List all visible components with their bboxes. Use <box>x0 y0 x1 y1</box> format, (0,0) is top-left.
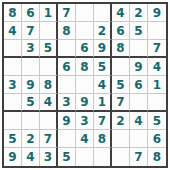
cell-r3c6[interactable]: 9 <box>94 40 112 58</box>
cell-r2c8[interactable]: 5 <box>130 22 148 40</box>
cell-r2c6[interactable]: 2 <box>94 22 112 40</box>
cell-r7c4[interactable]: 9 <box>58 112 76 130</box>
cell-r9c9[interactable]: 8 <box>148 148 166 166</box>
cell-r4c7[interactable] <box>112 58 130 76</box>
cell-r7c7[interactable]: 2 <box>112 112 130 130</box>
cell-r7c3[interactable] <box>40 112 58 130</box>
cell-r8c8[interactable] <box>130 130 148 148</box>
cell-r5c7[interactable]: 5 <box>112 76 130 94</box>
cell-r4c2[interactable] <box>22 58 40 76</box>
cell-r8c6[interactable]: 8 <box>94 130 112 148</box>
cell-r8c7[interactable] <box>112 130 130 148</box>
sudoku-board: 8617429478265356987685943984561543917937… <box>2 2 168 168</box>
cell-r6c4[interactable]: 3 <box>58 94 76 112</box>
cell-r9c6[interactable] <box>94 148 112 166</box>
cell-r8c9[interactable]: 6 <box>148 130 166 148</box>
cell-r1c5[interactable] <box>76 4 94 22</box>
cell-r5c2[interactable]: 9 <box>22 76 40 94</box>
cell-r7c2[interactable] <box>22 112 40 130</box>
cell-r1c8[interactable]: 2 <box>130 4 148 22</box>
cell-r3c9[interactable]: 7 <box>148 40 166 58</box>
cell-r9c4[interactable]: 5 <box>58 148 76 166</box>
cell-r5c6[interactable]: 4 <box>94 76 112 94</box>
cell-r3c3[interactable]: 5 <box>40 40 58 58</box>
cell-r1c7[interactable]: 4 <box>112 4 130 22</box>
cell-r9c7[interactable] <box>112 148 130 166</box>
cell-r4c6[interactable]: 5 <box>94 58 112 76</box>
cell-r6c2[interactable]: 5 <box>22 94 40 112</box>
cell-r2c1[interactable]: 4 <box>4 22 22 40</box>
cell-r5c1[interactable]: 3 <box>4 76 22 94</box>
cell-r4c9[interactable]: 4 <box>148 58 166 76</box>
cell-r9c5[interactable] <box>76 148 94 166</box>
cell-r8c2[interactable]: 2 <box>22 130 40 148</box>
cell-r8c5[interactable]: 4 <box>76 130 94 148</box>
cell-r5c9[interactable]: 1 <box>148 76 166 94</box>
cell-r4c5[interactable]: 8 <box>76 58 94 76</box>
cell-r2c9[interactable] <box>148 22 166 40</box>
cell-r9c8[interactable]: 7 <box>130 148 148 166</box>
cell-r4c8[interactable]: 9 <box>130 58 148 76</box>
cell-r1c9[interactable]: 9 <box>148 4 166 22</box>
cell-r2c3[interactable] <box>40 22 58 40</box>
cell-r1c3[interactable]: 1 <box>40 4 58 22</box>
cell-r6c9[interactable] <box>148 94 166 112</box>
cell-r5c5[interactable] <box>76 76 94 94</box>
cell-r7c9[interactable]: 5 <box>148 112 166 130</box>
cell-r7c6[interactable]: 7 <box>94 112 112 130</box>
cell-r7c1[interactable] <box>4 112 22 130</box>
cell-r6c6[interactable]: 1 <box>94 94 112 112</box>
cell-r6c7[interactable]: 7 <box>112 94 130 112</box>
cell-r6c5[interactable]: 9 <box>76 94 94 112</box>
cell-r2c2[interactable]: 7 <box>22 22 40 40</box>
cell-r2c7[interactable]: 6 <box>112 22 130 40</box>
cell-r6c1[interactable] <box>4 94 22 112</box>
cell-r3c7[interactable]: 8 <box>112 40 130 58</box>
cell-r4c1[interactable] <box>4 58 22 76</box>
cell-r3c8[interactable] <box>130 40 148 58</box>
cell-r6c8[interactable] <box>130 94 148 112</box>
cell-r9c1[interactable]: 9 <box>4 148 22 166</box>
cell-r3c4[interactable] <box>58 40 76 58</box>
cell-r3c1[interactable] <box>4 40 22 58</box>
cell-r5c4[interactable] <box>58 76 76 94</box>
cell-r3c2[interactable]: 3 <box>22 40 40 58</box>
cell-r8c4[interactable] <box>58 130 76 148</box>
cell-r1c6[interactable] <box>94 4 112 22</box>
cell-r2c4[interactable]: 8 <box>58 22 76 40</box>
cell-r7c8[interactable]: 4 <box>130 112 148 130</box>
cell-r3c5[interactable]: 6 <box>76 40 94 58</box>
cell-r9c2[interactable]: 4 <box>22 148 40 166</box>
cell-r8c3[interactable]: 7 <box>40 130 58 148</box>
cell-r1c4[interactable]: 7 <box>58 4 76 22</box>
cell-r6c3[interactable]: 4 <box>40 94 58 112</box>
cell-r4c4[interactable]: 6 <box>58 58 76 76</box>
cell-r9c3[interactable]: 3 <box>40 148 58 166</box>
cell-r1c2[interactable]: 6 <box>22 4 40 22</box>
cell-r2c5[interactable] <box>76 22 94 40</box>
cell-r8c1[interactable]: 5 <box>4 130 22 148</box>
cell-r7c5[interactable]: 3 <box>76 112 94 130</box>
cell-r4c3[interactable] <box>40 58 58 76</box>
cell-r5c3[interactable]: 8 <box>40 76 58 94</box>
cell-r1c1[interactable]: 8 <box>4 4 22 22</box>
cell-r5c8[interactable]: 6 <box>130 76 148 94</box>
